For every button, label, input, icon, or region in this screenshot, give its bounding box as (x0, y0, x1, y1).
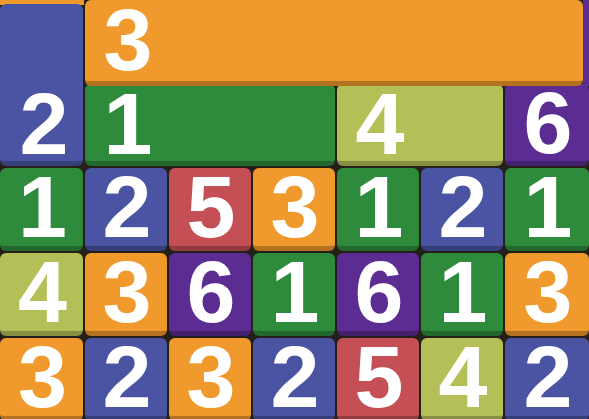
offscreen-block-fragment-top-right (583, 0, 589, 86)
tile-number: 1 (337, 168, 419, 246)
number-tile-r4c6[interactable]: 1 (421, 253, 503, 336)
tile-number: 4 (421, 338, 503, 416)
tile-number: 6 (337, 253, 419, 331)
number-tile-r4c5[interactable]: 6 (337, 253, 419, 336)
tile-number: 5 (337, 338, 419, 416)
number-tile-r3c1[interactable]: 1 (0, 168, 83, 251)
tile-number: 1 (0, 168, 83, 246)
number-tile-r5c5[interactable]: 5 (337, 338, 419, 419)
number-tile-r3c7[interactable]: 1 (505, 168, 589, 251)
tile-number: 1 (253, 253, 335, 331)
number-tile-r4c3[interactable]: 6 (169, 253, 251, 336)
tile-number: 3 (505, 253, 589, 331)
number-tile-r4c2[interactable]: 3 (85, 253, 167, 336)
tile-number: 2 (505, 338, 589, 416)
tile-number: 2 (253, 338, 335, 416)
tile-number: 3 (0, 338, 83, 416)
number-tile-r3c3[interactable]: 5 (169, 168, 251, 251)
number-tile-r5c4[interactable]: 2 (253, 338, 335, 419)
number-tile-r3c4[interactable]: 3 (253, 168, 335, 251)
tile-number: 2 (1, 84, 85, 164)
tile-number: 2 (85, 168, 167, 246)
number-tile-r2c2[interactable]: 1 (85, 84, 335, 166)
tile-number: 3 (169, 338, 251, 416)
tile-number: 6 (505, 84, 589, 161)
tile-number: 2 (85, 338, 167, 416)
number-tile-r5c6[interactable]: 4 (421, 338, 503, 419)
tile-number: 3 (85, 0, 169, 80)
number-tile-r3c5[interactable]: 1 (337, 168, 419, 251)
tile-number: 2 (421, 168, 503, 246)
number-tile-r5c3[interactable]: 3 (169, 338, 251, 419)
number-tile-r4c1[interactable]: 4 (0, 253, 83, 336)
tile-number: 1 (421, 253, 503, 331)
number-tile-r1c1[interactable]: 2 (0, 4, 83, 166)
tile-number: 4 (0, 253, 83, 331)
number-tile-r4c7[interactable]: 3 (505, 253, 589, 336)
number-tile-r2c5[interactable]: 4 (337, 84, 503, 166)
tile-number: 1 (85, 84, 169, 164)
game-board: 23146125312143616133232542 (0, 0, 589, 419)
number-tile-r2c7[interactable]: 6 (505, 84, 589, 166)
tile-number: 6 (169, 253, 251, 331)
number-tile-r3c2[interactable]: 2 (85, 168, 167, 251)
tile-number: 5 (169, 168, 251, 246)
tile-number: 4 (337, 84, 421, 164)
number-tile-r4c4[interactable]: 1 (253, 253, 335, 336)
tile-number: 1 (505, 168, 589, 246)
number-tile-r5c1[interactable]: 3 (0, 338, 83, 419)
number-tile-r5c2[interactable]: 2 (85, 338, 167, 419)
tile-number: 3 (253, 168, 335, 246)
tile-number: 3 (85, 253, 167, 331)
number-tile-r5c7[interactable]: 2 (505, 338, 589, 419)
number-tile-r1c2[interactable]: 3 (85, 0, 583, 86)
number-tile-r3c6[interactable]: 2 (421, 168, 503, 251)
